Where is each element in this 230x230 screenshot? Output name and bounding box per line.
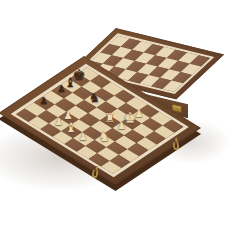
product-photo: ♚♟♝♞♚♟♜♟♟♟♞♟♝♟ bbox=[0, 0, 230, 230]
brass-hook bbox=[173, 142, 180, 151]
